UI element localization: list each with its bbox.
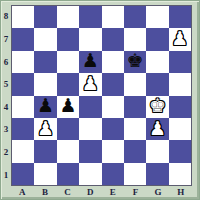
square-a7[interactable] — [12, 28, 34, 50]
piece-black-pawn-b4[interactable]: ♟ — [37, 96, 54, 115]
square-d6[interactable]: ♟ — [79, 51, 101, 73]
square-e4[interactable] — [102, 96, 124, 118]
file-label-G: G — [147, 186, 170, 198]
rank-labels: 87654321 — [1, 5, 11, 186]
square-c3[interactable] — [57, 118, 79, 140]
square-f5[interactable] — [124, 73, 146, 95]
square-a2[interactable] — [12, 140, 34, 162]
square-a6[interactable] — [12, 51, 34, 73]
piece-black-king-f6[interactable]: ♚ — [127, 51, 144, 70]
square-h6[interactable] — [169, 51, 191, 73]
square-f8[interactable] — [124, 6, 146, 28]
square-b7[interactable] — [34, 28, 56, 50]
square-g6[interactable] — [146, 51, 168, 73]
square-b1[interactable] — [34, 163, 56, 185]
square-c7[interactable] — [57, 28, 79, 50]
file-labels: ABCDEFGH — [11, 186, 192, 198]
square-d1[interactable] — [79, 163, 101, 185]
square-b5[interactable] — [34, 73, 56, 95]
square-b6[interactable] — [34, 51, 56, 73]
rank-label-2: 2 — [1, 141, 11, 164]
square-g3[interactable]: ♟ — [146, 118, 168, 140]
chess-board[interactable]: ♟♟♚♟♟♟♚♟♟ — [11, 5, 192, 186]
square-a5[interactable] — [12, 73, 34, 95]
rank-label-5: 5 — [1, 73, 11, 96]
square-a1[interactable] — [12, 163, 34, 185]
square-e5[interactable] — [102, 73, 124, 95]
square-g4[interactable]: ♚ — [146, 96, 168, 118]
square-f4[interactable] — [124, 96, 146, 118]
piece-white-pawn-h7[interactable]: ♟ — [171, 29, 188, 48]
square-h8[interactable] — [169, 6, 191, 28]
square-c2[interactable] — [57, 140, 79, 162]
rank-label-8: 8 — [1, 5, 11, 28]
rank-label-6: 6 — [1, 50, 11, 73]
square-h2[interactable] — [169, 140, 191, 162]
file-label-C: C — [56, 186, 79, 198]
square-g8[interactable] — [146, 6, 168, 28]
square-f6[interactable]: ♚ — [124, 51, 146, 73]
square-h7[interactable]: ♟ — [169, 28, 191, 50]
square-a8[interactable] — [12, 6, 34, 28]
square-e1[interactable] — [102, 163, 124, 185]
square-e8[interactable] — [102, 6, 124, 28]
square-g5[interactable] — [146, 73, 168, 95]
square-f7[interactable] — [124, 28, 146, 50]
square-c8[interactable] — [57, 6, 79, 28]
chess-board-frame: 87654321 ♟♟♚♟♟♟♚♟♟ ABCDEFGH — [0, 0, 200, 200]
square-c6[interactable] — [57, 51, 79, 73]
square-d2[interactable] — [79, 140, 101, 162]
square-g2[interactable] — [146, 140, 168, 162]
piece-black-pawn-d6[interactable]: ♟ — [82, 51, 99, 70]
square-f3[interactable] — [124, 118, 146, 140]
square-d3[interactable] — [79, 118, 101, 140]
square-b8[interactable] — [34, 6, 56, 28]
piece-white-king-g4[interactable]: ♚ — [149, 96, 166, 115]
piece-black-pawn-c4[interactable]: ♟ — [59, 96, 76, 115]
square-c1[interactable] — [57, 163, 79, 185]
square-d8[interactable] — [79, 6, 101, 28]
file-label-B: B — [34, 186, 57, 198]
square-e2[interactable] — [102, 140, 124, 162]
square-c4[interactable]: ♟ — [57, 96, 79, 118]
square-f2[interactable] — [124, 140, 146, 162]
rank-label-4: 4 — [1, 96, 11, 119]
piece-white-pawn-b3[interactable]: ♟ — [37, 119, 54, 138]
rank-label-1: 1 — [1, 163, 11, 186]
square-e3[interactable] — [102, 118, 124, 140]
rank-label-7: 7 — [1, 28, 11, 51]
square-d7[interactable] — [79, 28, 101, 50]
rank-label-3: 3 — [1, 118, 11, 141]
square-b4[interactable]: ♟ — [34, 96, 56, 118]
square-a4[interactable] — [12, 96, 34, 118]
square-d5[interactable]: ♟ — [79, 73, 101, 95]
square-d4[interactable] — [79, 96, 101, 118]
square-b2[interactable] — [34, 140, 56, 162]
square-a3[interactable] — [12, 118, 34, 140]
square-f1[interactable] — [124, 163, 146, 185]
square-b3[interactable]: ♟ — [34, 118, 56, 140]
file-label-D: D — [79, 186, 102, 198]
file-label-E: E — [102, 186, 125, 198]
piece-white-pawn-d5[interactable]: ♟ — [82, 74, 99, 93]
square-h5[interactable] — [169, 73, 191, 95]
square-h1[interactable] — [169, 163, 191, 185]
file-label-A: A — [11, 186, 34, 198]
square-c5[interactable] — [57, 73, 79, 95]
square-h3[interactable] — [169, 118, 191, 140]
square-h4[interactable] — [169, 96, 191, 118]
square-e7[interactable] — [102, 28, 124, 50]
file-label-F: F — [124, 186, 147, 198]
square-e6[interactable] — [102, 51, 124, 73]
piece-white-pawn-g3[interactable]: ♟ — [149, 119, 166, 138]
file-label-H: H — [169, 186, 192, 198]
square-g7[interactable] — [146, 28, 168, 50]
square-g1[interactable] — [146, 163, 168, 185]
